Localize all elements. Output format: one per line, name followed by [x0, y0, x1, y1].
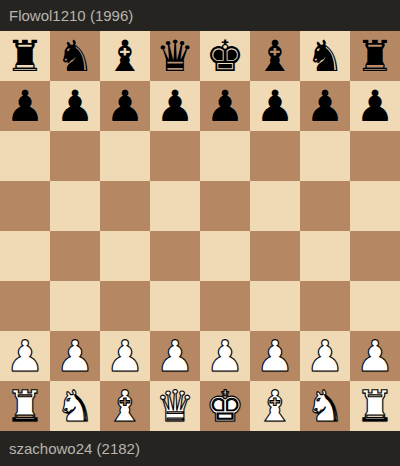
white-pawn[interactable]: ♟: [150, 331, 200, 381]
black-pawn[interactable]: ♟: [0, 81, 50, 131]
square-c5[interactable]: [100, 181, 150, 231]
square-e7[interactable]: ♟: [200, 81, 250, 131]
square-e3[interactable]: [200, 281, 250, 331]
square-e5[interactable]: [200, 181, 250, 231]
bottom-player-name[interactable]: szachowo24 (2182): [9, 441, 140, 456]
square-e4[interactable]: [200, 231, 250, 281]
square-h5[interactable]: [350, 181, 400, 231]
white-pawn[interactable]: ♟: [0, 331, 50, 381]
square-b5[interactable]: [50, 181, 100, 231]
square-c6[interactable]: [100, 131, 150, 181]
square-f6[interactable]: [250, 131, 300, 181]
white-pawn[interactable]: ♟: [250, 331, 300, 381]
white-queen[interactable]: ♛: [150, 381, 200, 431]
square-g3[interactable]: [300, 281, 350, 331]
square-f1[interactable]: ♝: [250, 381, 300, 431]
white-pawn[interactable]: ♟: [50, 331, 100, 381]
black-pawn[interactable]: ♟: [50, 81, 100, 131]
black-knight[interactable]: ♞: [50, 31, 100, 81]
black-king[interactable]: ♚: [200, 31, 250, 81]
white-pawn[interactable]: ♟: [100, 331, 150, 381]
square-d1[interactable]: ♛: [150, 381, 200, 431]
chess-board: ♜♞♝♛♚♝♞♜♟♟♟♟♟♟♟♟♟♟♟♟♟♟♟♟♜♞♝♛♚♝♞♜: [0, 31, 400, 431]
square-f8[interactable]: ♝: [250, 31, 300, 81]
black-pawn[interactable]: ♟: [200, 81, 250, 131]
black-queen[interactable]: ♛: [150, 31, 200, 81]
black-pawn[interactable]: ♟: [300, 81, 350, 131]
square-g6[interactable]: [300, 131, 350, 181]
white-king[interactable]: ♚: [200, 381, 250, 431]
square-a4[interactable]: [0, 231, 50, 281]
square-e6[interactable]: [200, 131, 250, 181]
square-d3[interactable]: [150, 281, 200, 331]
white-pawn[interactable]: ♟: [200, 331, 250, 381]
white-bishop[interactable]: ♝: [100, 381, 150, 431]
square-a8[interactable]: ♜: [0, 31, 50, 81]
square-d8[interactable]: ♛: [150, 31, 200, 81]
square-f2[interactable]: ♟: [250, 331, 300, 381]
square-h6[interactable]: [350, 131, 400, 181]
square-f3[interactable]: [250, 281, 300, 331]
square-d4[interactable]: [150, 231, 200, 281]
white-knight[interactable]: ♞: [300, 381, 350, 431]
square-g8[interactable]: ♞: [300, 31, 350, 81]
square-c8[interactable]: ♝: [100, 31, 150, 81]
bottom-player-bar: szachowo24 (2182): [0, 431, 400, 466]
black-pawn[interactable]: ♟: [250, 81, 300, 131]
square-h4[interactable]: [350, 231, 400, 281]
square-c7[interactable]: ♟: [100, 81, 150, 131]
top-player-name[interactable]: Flowol1210 (1996): [9, 8, 133, 23]
square-c3[interactable]: [100, 281, 150, 331]
square-b2[interactable]: ♟: [50, 331, 100, 381]
square-f7[interactable]: ♟: [250, 81, 300, 131]
square-b8[interactable]: ♞: [50, 31, 100, 81]
square-c4[interactable]: [100, 231, 150, 281]
black-rook[interactable]: ♜: [350, 31, 400, 81]
square-a2[interactable]: ♟: [0, 331, 50, 381]
square-a1[interactable]: ♜: [0, 381, 50, 431]
square-d7[interactable]: ♟: [150, 81, 200, 131]
square-a6[interactable]: [0, 131, 50, 181]
black-pawn[interactable]: ♟: [150, 81, 200, 131]
square-b3[interactable]: [50, 281, 100, 331]
white-rook[interactable]: ♜: [0, 381, 50, 431]
white-bishop[interactable]: ♝: [250, 381, 300, 431]
square-h7[interactable]: ♟: [350, 81, 400, 131]
square-e1[interactable]: ♚: [200, 381, 250, 431]
black-bishop[interactable]: ♝: [250, 31, 300, 81]
square-g4[interactable]: [300, 231, 350, 281]
square-h8[interactable]: ♜: [350, 31, 400, 81]
square-f5[interactable]: [250, 181, 300, 231]
square-b6[interactable]: [50, 131, 100, 181]
square-c2[interactable]: ♟: [100, 331, 150, 381]
square-h1[interactable]: ♜: [350, 381, 400, 431]
white-rook[interactable]: ♜: [350, 381, 400, 431]
black-bishop[interactable]: ♝: [100, 31, 150, 81]
square-f4[interactable]: [250, 231, 300, 281]
square-g1[interactable]: ♞: [300, 381, 350, 431]
square-a3[interactable]: [0, 281, 50, 331]
square-c1[interactable]: ♝: [100, 381, 150, 431]
white-pawn[interactable]: ♟: [300, 331, 350, 381]
square-g7[interactable]: ♟: [300, 81, 350, 131]
black-knight[interactable]: ♞: [300, 31, 350, 81]
square-g5[interactable]: [300, 181, 350, 231]
square-h3[interactable]: [350, 281, 400, 331]
black-pawn[interactable]: ♟: [100, 81, 150, 131]
black-rook[interactable]: ♜: [0, 31, 50, 81]
square-b1[interactable]: ♞: [50, 381, 100, 431]
square-d6[interactable]: [150, 131, 200, 181]
square-g2[interactable]: ♟: [300, 331, 350, 381]
square-e2[interactable]: ♟: [200, 331, 250, 381]
square-h2[interactable]: ♟: [350, 331, 400, 381]
black-pawn[interactable]: ♟: [350, 81, 400, 131]
square-e8[interactable]: ♚: [200, 31, 250, 81]
square-d2[interactable]: ♟: [150, 331, 200, 381]
square-a7[interactable]: ♟: [0, 81, 50, 131]
white-pawn[interactable]: ♟: [350, 331, 400, 381]
square-b7[interactable]: ♟: [50, 81, 100, 131]
square-d5[interactable]: [150, 181, 200, 231]
top-player-bar: Flowol1210 (1996): [0, 0, 400, 31]
white-knight[interactable]: ♞: [50, 381, 100, 431]
square-a5[interactable]: [0, 181, 50, 231]
square-b4[interactable]: [50, 231, 100, 281]
